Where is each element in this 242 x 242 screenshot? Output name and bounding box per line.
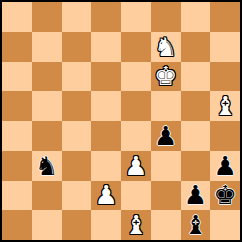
square-f2[interactable]: [151, 181, 181, 211]
square-c6[interactable]: [62, 62, 92, 92]
square-g5[interactable]: [181, 91, 211, 121]
square-h7[interactable]: [210, 32, 240, 62]
square-c3[interactable]: [62, 151, 92, 181]
square-h4[interactable]: [210, 121, 240, 151]
square-a1[interactable]: [2, 210, 32, 240]
square-h5[interactable]: ♝: [210, 91, 240, 121]
white-pawn[interactable]: ♟: [94, 182, 117, 208]
square-a3[interactable]: [2, 151, 32, 181]
square-e4[interactable]: [121, 121, 151, 151]
square-c4[interactable]: [62, 121, 92, 151]
square-h8[interactable]: [210, 2, 240, 32]
square-d7[interactable]: [91, 32, 121, 62]
square-b4[interactable]: [32, 121, 62, 151]
square-b1[interactable]: [32, 210, 62, 240]
square-g6[interactable]: [181, 62, 211, 92]
square-d1[interactable]: [91, 210, 121, 240]
square-f8[interactable]: [151, 2, 181, 32]
square-c7[interactable]: [62, 32, 92, 62]
square-h3[interactable]: ♟: [210, 151, 240, 181]
square-b8[interactable]: [32, 2, 62, 32]
white-knight[interactable]: ♞: [154, 34, 177, 60]
black-pawn[interactable]: ♟: [154, 123, 177, 149]
square-g7[interactable]: [181, 32, 211, 62]
chess-board: ♞♚♝♟♞♟♟♟♟♚♝♝: [2, 2, 240, 240]
square-d2[interactable]: ♟: [91, 181, 121, 211]
square-c1[interactable]: [62, 210, 92, 240]
square-c5[interactable]: [62, 91, 92, 121]
chess-board-frame: ♞♚♝♟♞♟♟♟♟♚♝♝: [0, 0, 242, 242]
black-king[interactable]: ♚: [213, 182, 236, 208]
square-f1[interactable]: [151, 210, 181, 240]
square-e8[interactable]: [121, 2, 151, 32]
square-b3[interactable]: ♞: [32, 151, 62, 181]
square-b6[interactable]: [32, 62, 62, 92]
square-d4[interactable]: [91, 121, 121, 151]
square-h1[interactable]: [210, 210, 240, 240]
square-e3[interactable]: ♟: [121, 151, 151, 181]
white-bishop[interactable]: ♝: [124, 212, 147, 238]
white-pawn[interactable]: ♟: [124, 153, 147, 179]
square-g8[interactable]: [181, 2, 211, 32]
square-c8[interactable]: [62, 2, 92, 32]
square-f4[interactable]: ♟: [151, 121, 181, 151]
square-e2[interactable]: [121, 181, 151, 211]
square-e7[interactable]: [121, 32, 151, 62]
square-g2[interactable]: ♟: [181, 181, 211, 211]
square-b7[interactable]: [32, 32, 62, 62]
square-a2[interactable]: [2, 181, 32, 211]
square-a6[interactable]: [2, 62, 32, 92]
square-d6[interactable]: [91, 62, 121, 92]
square-d3[interactable]: [91, 151, 121, 181]
square-a5[interactable]: [2, 91, 32, 121]
square-d8[interactable]: [91, 2, 121, 32]
square-d5[interactable]: [91, 91, 121, 121]
black-bishop[interactable]: ♝: [184, 212, 207, 238]
square-f7[interactable]: ♞: [151, 32, 181, 62]
square-e6[interactable]: [121, 62, 151, 92]
square-b2[interactable]: [32, 181, 62, 211]
square-g4[interactable]: [181, 121, 211, 151]
square-b5[interactable]: [32, 91, 62, 121]
square-g3[interactable]: [181, 151, 211, 181]
square-h6[interactable]: [210, 62, 240, 92]
black-knight[interactable]: ♞: [35, 153, 58, 179]
square-f3[interactable]: [151, 151, 181, 181]
square-a8[interactable]: [2, 2, 32, 32]
square-a7[interactable]: [2, 32, 32, 62]
square-g1[interactable]: ♝: [181, 210, 211, 240]
square-c2[interactable]: [62, 181, 92, 211]
square-e1[interactable]: ♝: [121, 210, 151, 240]
white-bishop[interactable]: ♝: [213, 93, 236, 119]
black-pawn[interactable]: ♟: [184, 182, 207, 208]
square-f6[interactable]: ♚: [151, 62, 181, 92]
square-h2[interactable]: ♚: [210, 181, 240, 211]
square-e5[interactable]: [121, 91, 151, 121]
square-f5[interactable]: [151, 91, 181, 121]
black-pawn[interactable]: ♟: [213, 153, 236, 179]
square-a4[interactable]: [2, 121, 32, 151]
white-king[interactable]: ♚: [154, 63, 177, 89]
